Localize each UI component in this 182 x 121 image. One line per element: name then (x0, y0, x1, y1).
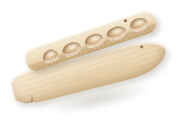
product-photo-scene (0, 0, 182, 121)
pit-4 (105, 24, 128, 42)
pit-1 (40, 47, 60, 65)
pit-2 (61, 39, 83, 58)
pit-5 (128, 15, 149, 33)
pit-3 (83, 31, 105, 49)
split-notch (31, 93, 33, 102)
